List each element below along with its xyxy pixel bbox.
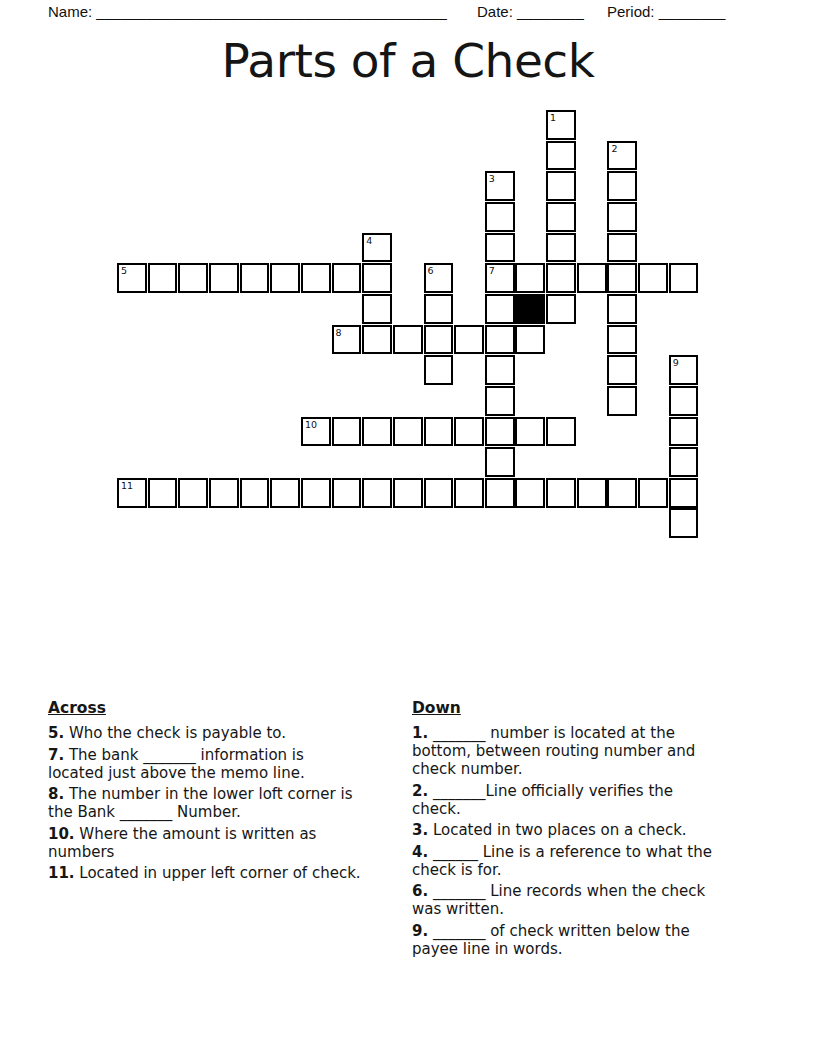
clue-number: 3: [489, 173, 495, 184]
grid-cell[interactable]: [148, 478, 178, 508]
clue-number: 9: [673, 357, 679, 368]
grid-cell[interactable]: 11: [117, 478, 147, 508]
clue: 4. ______ Line is a reference to what th…: [412, 843, 778, 879]
grid-cell[interactable]: [669, 508, 699, 538]
clue-number: 7: [489, 265, 495, 276]
grid-cell[interactable]: [546, 171, 576, 201]
clue-number-label: 10.: [48, 825, 75, 843]
grid-cell[interactable]: [240, 263, 270, 293]
grid-cell[interactable]: [485, 202, 515, 232]
clue-number-label: 1.: [412, 724, 428, 742]
grid-cell[interactable]: [515, 478, 545, 508]
grid-cell[interactable]: 6: [424, 263, 454, 293]
grid-cell[interactable]: [607, 386, 637, 416]
clue: 11. Located in upper left corner of chec…: [48, 864, 420, 882]
clue-number-label: 4.: [412, 843, 428, 861]
across-heading: Across: [48, 699, 420, 717]
grid-cell[interactable]: 1: [546, 110, 576, 140]
clue: 3. Located in two places on a check.: [412, 821, 778, 839]
clue: 8. The number in the lower loft corner i…: [48, 785, 420, 821]
grid-cell[interactable]: [301, 478, 331, 508]
grid-cell[interactable]: [393, 478, 423, 508]
grid-cell[interactable]: [546, 141, 576, 171]
clue: 2. _______Line officially verifies thech…: [412, 782, 778, 818]
clue-number-label: 11.: [48, 864, 75, 882]
grid-cell[interactable]: 3: [485, 171, 515, 201]
down-heading: Down: [412, 699, 778, 717]
grid-cell[interactable]: [424, 417, 454, 447]
grid-cell[interactable]: [669, 386, 699, 416]
date-label: Date:: [477, 3, 513, 20]
grid-cell[interactable]: [148, 263, 178, 293]
grid-cell[interactable]: [178, 263, 208, 293]
period-label: Period:: [607, 3, 655, 20]
puzzle-title: Parts of a Check: [0, 33, 816, 88]
clue-number-label: 5.: [48, 724, 64, 742]
grid-cell[interactable]: [485, 417, 515, 447]
grid-cell[interactable]: [607, 294, 637, 324]
grid-cell[interactable]: [515, 325, 545, 355]
grid-cell[interactable]: [485, 447, 515, 477]
grid-cell[interactable]: 8: [332, 325, 362, 355]
grid-cell[interactable]: [209, 263, 239, 293]
across-clue-list: 5. Who the check is payable to.7. The ba…: [48, 724, 420, 882]
clue: 7. The bank _______ information islocate…: [48, 746, 420, 782]
grid-cell[interactable]: [454, 417, 484, 447]
grid-cell[interactable]: [638, 263, 668, 293]
grid-cell[interactable]: [362, 417, 392, 447]
grid-cell[interactable]: [546, 294, 576, 324]
grid-cell[interactable]: [332, 478, 362, 508]
grid-cell[interactable]: [424, 325, 454, 355]
clue-number-label: 7.: [48, 746, 64, 764]
clue-number-label: 2.: [412, 782, 428, 800]
grid-cell[interactable]: [424, 294, 454, 324]
name-label: Name:: [48, 3, 92, 20]
grid-cell[interactable]: [209, 478, 239, 508]
grid-cell[interactable]: [454, 325, 484, 355]
grid-cell[interactable]: [424, 478, 454, 508]
clue-number: 11: [121, 480, 133, 491]
grid-cell[interactable]: 5: [117, 263, 147, 293]
grid-cell[interactable]: [301, 263, 331, 293]
grid-cell[interactable]: [669, 447, 699, 477]
grid-cell[interactable]: [485, 386, 515, 416]
grid-cell[interactable]: 2: [607, 141, 637, 171]
grid-cell[interactable]: [546, 478, 576, 508]
grid-cell[interactable]: 9: [669, 355, 699, 385]
clue-number-label: 6.: [412, 882, 428, 900]
grid-cell[interactable]: 7: [485, 263, 515, 293]
grid-cell[interactable]: [454, 478, 484, 508]
grid-cell[interactable]: [669, 417, 699, 447]
period-blank-line: ________: [659, 3, 726, 20]
grid-cell[interactable]: [577, 263, 607, 293]
grid-cell[interactable]: [607, 325, 637, 355]
name-field: Name: __________________________________…: [48, 3, 447, 20]
clue-number: 1: [550, 112, 556, 123]
clue-number: 8: [336, 327, 342, 338]
grid-cell[interactable]: [178, 478, 208, 508]
grid-cell[interactable]: [332, 417, 362, 447]
clue-number: 6: [428, 265, 434, 276]
grid-cell[interactable]: [485, 478, 515, 508]
crossword-grid: 1234567891011: [117, 110, 699, 539]
grid-cell[interactable]: [607, 263, 637, 293]
grid-cell[interactable]: [546, 202, 576, 232]
clue-number: 2: [611, 143, 617, 154]
grid-cell[interactable]: [607, 355, 637, 385]
grid-cell[interactable]: [638, 478, 668, 508]
clue-number-label: 3.: [412, 821, 428, 839]
clue: 6. _______ Line records when the checkwa…: [412, 882, 778, 918]
grid-cell[interactable]: [546, 233, 576, 263]
grid-cell[interactable]: [393, 417, 423, 447]
clue: 10. Where the amount is written asnumber…: [48, 825, 420, 861]
grid-cell[interactable]: [607, 202, 637, 232]
grid-cell[interactable]: [393, 325, 423, 355]
clue: 9. _______ of check written below thepay…: [412, 922, 778, 958]
clue-number-label: 8.: [48, 785, 64, 803]
grid-cell[interactable]: [607, 171, 637, 201]
clue-number: 4: [366, 235, 372, 246]
grid-cell[interactable]: 4: [362, 233, 392, 263]
grid-cell[interactable]: [485, 355, 515, 385]
grid-cell[interactable]: [577, 478, 607, 508]
grid-cell[interactable]: [515, 263, 545, 293]
grid-cell[interactable]: [270, 263, 300, 293]
grid-cell[interactable]: [546, 417, 576, 447]
clue: 5. Who the check is payable to.: [48, 724, 420, 742]
date-blank-line: ________: [517, 3, 584, 20]
grid-cell[interactable]: [332, 263, 362, 293]
clue-number-label: 9.: [412, 922, 428, 940]
grid-cell[interactable]: [669, 478, 699, 508]
worksheet-page: Name: __________________________________…: [0, 0, 816, 1056]
grid-cell[interactable]: [546, 263, 576, 293]
grid-cell[interactable]: [362, 294, 392, 324]
grid-cell[interactable]: [485, 233, 515, 263]
clue: 1. _______ number is located at thebotto…: [412, 724, 778, 778]
grid-cell[interactable]: [270, 478, 300, 508]
grid-cell[interactable]: [607, 233, 637, 263]
clue-number: 5: [121, 265, 127, 276]
date-field: Date: ________: [477, 3, 584, 20]
down-clue-list: 1. _______ number is located at thebotto…: [412, 724, 778, 958]
grid-cell[interactable]: [515, 417, 545, 447]
period-field: Period: ________: [607, 3, 725, 20]
grid-cell[interactable]: [240, 478, 270, 508]
name-blank-line: ________________________________________…: [96, 3, 446, 20]
block-cell: [515, 294, 545, 324]
grid-cell[interactable]: [669, 263, 699, 293]
grid-cell[interactable]: [362, 478, 392, 508]
down-clues-section: Down 1. _______ number is located at the…: [412, 699, 778, 961]
grid-cell[interactable]: [362, 325, 392, 355]
grid-cell[interactable]: [362, 263, 392, 293]
clue-number: 10: [305, 419, 317, 430]
grid-cell[interactable]: [607, 478, 637, 508]
grid-cell[interactable]: [485, 325, 515, 355]
across-clues-section: Across 5. Who the check is payable to.7.…: [48, 699, 420, 886]
grid-cell[interactable]: 10: [301, 417, 331, 447]
grid-cell[interactable]: [485, 294, 515, 324]
grid-cell[interactable]: [424, 355, 454, 385]
